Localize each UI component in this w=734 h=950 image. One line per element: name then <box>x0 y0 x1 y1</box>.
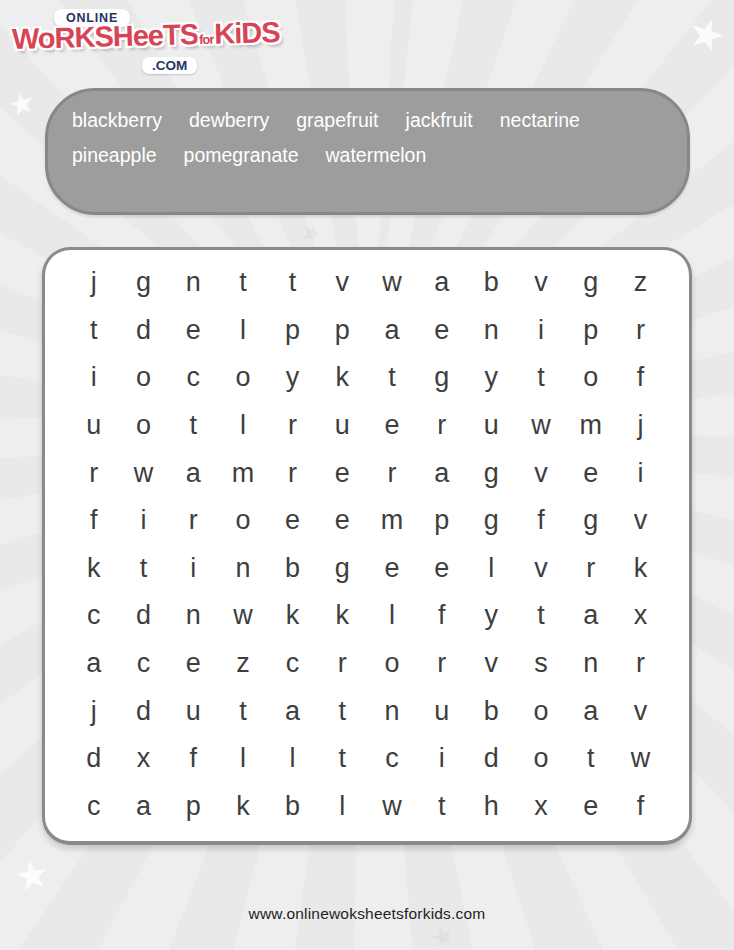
word-bank-item: nectarine <box>500 103 580 138</box>
word-bank-item: jackfruit <box>406 103 473 138</box>
grid-cell[interactable]: j <box>69 687 119 735</box>
grid-cell[interactable]: w <box>367 259 417 307</box>
grid-cell[interactable]: o <box>218 497 268 545</box>
grid-cell[interactable]: k <box>317 354 367 402</box>
grid-cell[interactable]: t <box>367 354 417 402</box>
grid-cell[interactable]: r <box>616 307 666 355</box>
grid-cell[interactable]: a <box>566 592 616 640</box>
grid-cell[interactable]: o <box>566 354 616 402</box>
grid-cell[interactable]: r <box>268 449 318 497</box>
grid-cell[interactable]: t <box>119 545 169 593</box>
grid-cell[interactable]: g <box>467 497 517 545</box>
grid-cell[interactable]: z <box>218 640 268 688</box>
grid-cell[interactable]: u <box>467 402 517 450</box>
grid-cell[interactable]: p <box>268 307 318 355</box>
grid-cell[interactable]: k <box>69 545 119 593</box>
grid-cell[interactable]: m <box>367 497 417 545</box>
grid-cell[interactable]: b <box>268 545 318 593</box>
grid-cell[interactable]: k <box>268 592 318 640</box>
grid-cell[interactable]: k <box>317 592 367 640</box>
grid-cell[interactable]: c <box>268 640 318 688</box>
grid-cell[interactable]: w <box>218 592 268 640</box>
grid-cell[interactable]: p <box>417 497 467 545</box>
grid-cell[interactable]: x <box>516 783 566 831</box>
grid-cell[interactable]: t <box>566 735 616 783</box>
grid-cell[interactable]: c <box>119 640 169 688</box>
grid-cell[interactable]: c <box>367 735 417 783</box>
grid-cell[interactable]: i <box>69 354 119 402</box>
grid-cell[interactable]: d <box>119 307 169 355</box>
grid-cell[interactable]: e <box>417 545 467 593</box>
word-bank-item: blackberry <box>72 103 162 138</box>
grid-cell[interactable]: t <box>69 307 119 355</box>
grid-cell[interactable]: o <box>119 354 169 402</box>
grid-cell[interactable]: o <box>218 354 268 402</box>
grid-cell[interactable]: m <box>218 449 268 497</box>
grid-cell[interactable]: x <box>119 735 169 783</box>
grid-cell[interactable]: b <box>467 259 517 307</box>
grid-cell[interactable]: n <box>367 687 417 735</box>
grid-cell[interactable]: u <box>69 402 119 450</box>
grid-cell[interactable]: a <box>566 687 616 735</box>
site-logo: ONLINE WoRKSHeeTSforKiDS .COM <box>12 8 227 74</box>
grid-cell[interactable]: y <box>467 592 517 640</box>
grid-cell[interactable]: n <box>168 259 218 307</box>
grid-cell[interactable]: b <box>467 687 517 735</box>
grid-cell[interactable]: l <box>317 783 367 831</box>
grid-cell[interactable]: j <box>616 402 666 450</box>
star-icon: ★ <box>681 5 732 63</box>
word-search-panel: jgnttvwabvgztdelppaenipriocoyktgytofuotl… <box>42 247 692 845</box>
grid-cell[interactable]: v <box>516 545 566 593</box>
grid-cell[interactable]: e <box>367 545 417 593</box>
grid-cell[interactable]: n <box>168 592 218 640</box>
grid-cell[interactable]: t <box>168 402 218 450</box>
grid-cell[interactable]: r <box>69 449 119 497</box>
grid-cell[interactable]: f <box>417 592 467 640</box>
grid-cell[interactable]: w <box>516 402 566 450</box>
grid-cell[interactable]: r <box>417 640 467 688</box>
grid-cell[interactable]: u <box>317 402 367 450</box>
grid-cell[interactable]: y <box>467 354 517 402</box>
grid-cell[interactable]: w <box>616 735 666 783</box>
grid-cell[interactable]: k <box>616 545 666 593</box>
grid-cell[interactable]: p <box>566 307 616 355</box>
grid-cell[interactable]: o <box>516 735 566 783</box>
word-bank-item: pineapple <box>72 138 157 173</box>
grid-cell[interactable]: e <box>268 497 318 545</box>
grid-cell[interactable]: e <box>168 307 218 355</box>
grid-cell[interactable]: n <box>218 545 268 593</box>
grid-cell[interactable]: h <box>467 783 517 831</box>
grid-cell[interactable]: l <box>218 307 268 355</box>
logo-kids-text: KiDS <box>214 16 280 50</box>
footer-url: www.onlinewoksheetsforkids.com <box>0 905 734 923</box>
grid-cell[interactable]: f <box>616 783 666 831</box>
word-bank: blackberrydewberrygrapefruitjackfruitnec… <box>45 88 690 215</box>
grid-cell[interactable]: t <box>317 735 367 783</box>
grid-cell[interactable]: t <box>516 592 566 640</box>
grid-cell[interactable]: t <box>516 354 566 402</box>
grid-cell[interactable]: t <box>218 687 268 735</box>
grid-cell[interactable]: i <box>616 449 666 497</box>
grid-cell[interactable]: o <box>367 640 417 688</box>
grid-cell[interactable]: l <box>467 545 517 593</box>
grid-cell[interactable]: w <box>367 783 417 831</box>
grid-cell[interactable]: g <box>566 497 616 545</box>
logo-wordmark: WoRKSHeeTSforKiDS <box>12 18 228 56</box>
grid-cell[interactable]: e <box>367 402 417 450</box>
star-icon: ★ <box>10 849 53 901</box>
worksheet-page: ★ ★ ★ ★ ★ ★ ONLINE WoRKSHeeTSforKiDS .CO… <box>0 0 734 950</box>
grid-cell[interactable]: l <box>218 735 268 783</box>
word-bank-item: dewberry <box>189 103 269 138</box>
grid-cell[interactable]: x <box>616 592 666 640</box>
word-bank-item: pomegranate <box>184 138 299 173</box>
grid-cell[interactable]: v <box>516 449 566 497</box>
logo-for-text: for <box>199 32 214 47</box>
grid-cell[interactable]: r <box>317 640 367 688</box>
grid-cell[interactable]: i <box>119 497 169 545</box>
grid-cell[interactable]: n <box>566 640 616 688</box>
grid-cell[interactable]: l <box>218 402 268 450</box>
grid-cell[interactable]: g <box>317 545 367 593</box>
grid-cell[interactable]: g <box>417 354 467 402</box>
grid-cell[interactable]: v <box>616 687 666 735</box>
grid-cell[interactable]: j <box>69 259 119 307</box>
grid-cell[interactable]: t <box>417 783 467 831</box>
grid-cell[interactable]: e <box>417 307 467 355</box>
grid-cell[interactable]: a <box>119 783 169 831</box>
grid-cell[interactable]: u <box>168 687 218 735</box>
grid-cell[interactable]: g <box>566 259 616 307</box>
word-bank-item: watermelon <box>326 138 427 173</box>
grid-cell[interactable]: r <box>417 402 467 450</box>
grid-cell[interactable]: d <box>467 735 517 783</box>
grid-cell[interactable]: e <box>317 497 367 545</box>
grid-cell[interactable]: c <box>69 592 119 640</box>
grid-cell[interactable]: r <box>616 640 666 688</box>
grid-cell[interactable]: l <box>268 735 318 783</box>
grid-cell[interactable]: p <box>168 783 218 831</box>
grid-cell[interactable]: f <box>616 354 666 402</box>
grid-cell[interactable]: o <box>516 687 566 735</box>
grid-cell[interactable]: r <box>566 545 616 593</box>
logo-worksheets-text: WoRKSHeeTS <box>12 18 199 55</box>
star-icon: ★ <box>4 83 39 123</box>
grid-cell[interactable]: v <box>467 640 517 688</box>
grid-cell[interactable]: p <box>317 307 367 355</box>
grid-cell[interactable]: i <box>168 545 218 593</box>
logo-com-badge: .COM <box>142 57 197 74</box>
grid-cell[interactable]: v <box>317 259 367 307</box>
grid-cell[interactable]: v <box>616 497 666 545</box>
grid-cell[interactable]: v <box>516 259 566 307</box>
grid-cell[interactable]: a <box>168 449 218 497</box>
grid-cell[interactable]: f <box>516 497 566 545</box>
grid-cell[interactable]: i <box>516 307 566 355</box>
grid-cell[interactable]: e <box>566 449 616 497</box>
grid-cell[interactable]: f <box>168 735 218 783</box>
grid-cell[interactable]: b <box>268 783 318 831</box>
grid-cell[interactable]: n <box>467 307 517 355</box>
grid-cell[interactable]: a <box>69 640 119 688</box>
grid-cell[interactable]: y <box>268 354 318 402</box>
word-bank-item: grapefruit <box>296 103 378 138</box>
grid-cell[interactable]: z <box>616 259 666 307</box>
grid-cell[interactable]: t <box>317 687 367 735</box>
grid-cell[interactable]: m <box>566 402 616 450</box>
grid-cell[interactable]: i <box>417 735 467 783</box>
grid-cell[interactable]: d <box>119 592 169 640</box>
letter-grid: jgnttvwabvgztdelppaenipriocoyktgytofuotl… <box>69 259 665 830</box>
grid-cell[interactable]: e <box>566 783 616 831</box>
grid-cell[interactable]: g <box>119 259 169 307</box>
grid-cell[interactable]: r <box>367 449 417 497</box>
grid-cell[interactable]: t <box>218 259 268 307</box>
grid-cell[interactable]: g <box>467 449 517 497</box>
grid-cell[interactable]: e <box>317 449 367 497</box>
grid-cell[interactable]: s <box>516 640 566 688</box>
grid-cell[interactable]: d <box>119 687 169 735</box>
grid-cell[interactable]: d <box>69 735 119 783</box>
grid-cell[interactable]: k <box>218 783 268 831</box>
grid-cell[interactable]: w <box>119 449 169 497</box>
grid-cell[interactable]: a <box>417 259 467 307</box>
grid-cell[interactable]: a <box>268 687 318 735</box>
grid-cell[interactable]: t <box>268 259 318 307</box>
grid-cell[interactable]: r <box>268 402 318 450</box>
grid-cell[interactable]: a <box>417 449 467 497</box>
grid-cell[interactable]: l <box>367 592 417 640</box>
grid-cell[interactable]: u <box>417 687 467 735</box>
grid-cell[interactable]: r <box>168 497 218 545</box>
grid-cell[interactable]: f <box>69 497 119 545</box>
grid-cell[interactable]: a <box>367 307 417 355</box>
grid-cell[interactable]: c <box>69 783 119 831</box>
grid-cell[interactable]: e <box>168 640 218 688</box>
grid-cell[interactable]: c <box>168 354 218 402</box>
grid-cell[interactable]: o <box>119 402 169 450</box>
